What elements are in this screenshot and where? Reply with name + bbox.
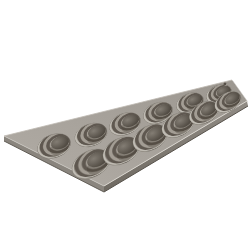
hanging-hole <box>224 83 227 86</box>
product-photo-canvas <box>0 0 250 250</box>
madeleine-tray-photo <box>0 0 250 250</box>
